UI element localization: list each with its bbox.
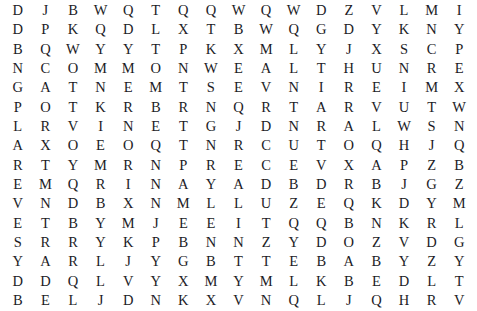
grid-cell-r14c6[interactable]: Y: [142, 252, 170, 271]
grid-cell-r2c5[interactable]: D: [114, 20, 142, 39]
grid-cell-r14c7[interactable]: G: [170, 252, 198, 271]
grid-cell-r6c6[interactable]: B: [142, 98, 170, 117]
grid-cell-r14c8[interactable]: B: [197, 252, 225, 271]
grid-cell-r11c14[interactable]: K: [363, 194, 391, 213]
grid-cell-r2c3[interactable]: K: [59, 20, 87, 39]
grid-cell-r13c1[interactable]: S: [4, 233, 32, 252]
grid-cell-r14c9[interactable]: T: [225, 252, 253, 271]
grid-cell-r13c7[interactable]: B: [170, 233, 198, 252]
grid-cell-r15c9[interactable]: Y: [225, 271, 253, 290]
grid-cell-r13c16[interactable]: D: [418, 233, 446, 252]
grid-cell-r1c15[interactable]: L: [390, 1, 418, 20]
grid-cell-r2c15[interactable]: K: [390, 20, 418, 39]
grid-cell-r6c4[interactable]: K: [87, 98, 115, 117]
grid-cell-r10c10[interactable]: D: [252, 175, 280, 194]
grid-cell-r12c9[interactable]: I: [225, 213, 253, 232]
grid-cell-r11c1[interactable]: V: [4, 194, 32, 213]
grid-cell-r10c15[interactable]: J: [390, 175, 418, 194]
grid-cell-r1c17[interactable]: I: [445, 1, 473, 20]
grid-cell-r7c14[interactable]: L: [363, 117, 391, 136]
grid-cell-r14c3[interactable]: R: [59, 252, 87, 271]
grid-cell-r8c14[interactable]: Q: [363, 136, 391, 155]
grid-cell-r15c13[interactable]: B: [335, 271, 363, 290]
grid-cell-r2c13[interactable]: D: [335, 20, 363, 39]
grid-cell-r16c5[interactable]: D: [114, 291, 142, 310]
grid-cell-r15c5[interactable]: V: [114, 271, 142, 290]
grid-cell-r13c15[interactable]: V: [390, 233, 418, 252]
grid-cell-r4c2[interactable]: C: [32, 59, 60, 78]
grid-cell-r13c4[interactable]: Y: [87, 233, 115, 252]
grid-cell-r16c11[interactable]: Q: [280, 291, 308, 310]
grid-cell-r15c8[interactable]: M: [197, 271, 225, 290]
grid-cell-r3c3[interactable]: W: [59, 40, 87, 59]
grid-cell-r9c17[interactable]: B: [445, 156, 473, 175]
grid-cell-r10c16[interactable]: G: [418, 175, 446, 194]
grid-cell-r14c10[interactable]: T: [252, 252, 280, 271]
grid-cell-r14c1[interactable]: Y: [4, 252, 32, 271]
grid-cell-r6c13[interactable]: R: [335, 98, 363, 117]
grid-cell-r11c15[interactable]: D: [390, 194, 418, 213]
grid-cell-r12c6[interactable]: J: [142, 213, 170, 232]
grid-cell-r14c16[interactable]: Z: [418, 252, 446, 271]
grid-cell-r12c15[interactable]: K: [390, 213, 418, 232]
grid-cell-r6c17[interactable]: W: [445, 98, 473, 117]
grid-cell-r10c9[interactable]: A: [225, 175, 253, 194]
grid-cell-r9c6[interactable]: N: [142, 156, 170, 175]
grid-cell-r2c16[interactable]: N: [418, 20, 446, 39]
grid-cell-r2c17[interactable]: Y: [445, 20, 473, 39]
grid-cell-r9c4[interactable]: M: [87, 156, 115, 175]
grid-cell-r2c10[interactable]: W: [252, 20, 280, 39]
grid-cell-r7c15[interactable]: W: [390, 117, 418, 136]
grid-cell-r11c9[interactable]: L: [225, 194, 253, 213]
grid-cell-r9c7[interactable]: P: [170, 156, 198, 175]
grid-cell-r16c2[interactable]: E: [32, 291, 60, 310]
grid-cell-r5c12[interactable]: I: [307, 78, 335, 97]
grid-cell-r5c13[interactable]: R: [335, 78, 363, 97]
grid-cell-r13c5[interactable]: K: [114, 233, 142, 252]
grid-cell-r4c16[interactable]: R: [418, 59, 446, 78]
grid-cell-r8c5[interactable]: O: [114, 136, 142, 155]
grid-cell-r2c12[interactable]: G: [307, 20, 335, 39]
grid-cell-r9c13[interactable]: X: [335, 156, 363, 175]
grid-cell-r4c5[interactable]: M: [114, 59, 142, 78]
grid-cell-r5c5[interactable]: E: [114, 78, 142, 97]
grid-cell-r4c1[interactable]: N: [4, 59, 32, 78]
grid-cell-r16c10[interactable]: N: [252, 291, 280, 310]
grid-cell-r6c2[interactable]: O: [32, 98, 60, 117]
grid-cell-r5c15[interactable]: I: [390, 78, 418, 97]
grid-cell-r3c9[interactable]: X: [225, 40, 253, 59]
grid-cell-r4c12[interactable]: T: [307, 59, 335, 78]
grid-cell-r5c3[interactable]: T: [59, 78, 87, 97]
grid-cell-r11c13[interactable]: Q: [335, 194, 363, 213]
grid-cell-r9c3[interactable]: Y: [59, 156, 87, 175]
grid-cell-r1c13[interactable]: Z: [335, 1, 363, 20]
grid-cell-r8c6[interactable]: Q: [142, 136, 170, 155]
grid-cell-r7c9[interactable]: J: [225, 117, 253, 136]
grid-cell-r8c8[interactable]: N: [197, 136, 225, 155]
grid-cell-r4c3[interactable]: O: [59, 59, 87, 78]
grid-cell-r9c8[interactable]: R: [197, 156, 225, 175]
grid-cell-r9c15[interactable]: P: [390, 156, 418, 175]
grid-cell-r4c9[interactable]: E: [225, 59, 253, 78]
grid-cell-r15c2[interactable]: D: [32, 271, 60, 290]
grid-cell-r3c16[interactable]: C: [418, 40, 446, 59]
grid-cell-r6c14[interactable]: V: [363, 98, 391, 117]
grid-cell-r7c17[interactable]: N: [445, 117, 473, 136]
grid-cell-r12c1[interactable]: E: [4, 213, 32, 232]
grid-cell-r7c6[interactable]: E: [142, 117, 170, 136]
grid-cell-r9c5[interactable]: R: [114, 156, 142, 175]
grid-cell-r9c2[interactable]: T: [32, 156, 60, 175]
grid-cell-r6c15[interactable]: U: [390, 98, 418, 117]
grid-cell-r1c16[interactable]: M: [418, 1, 446, 20]
grid-cell-r14c14[interactable]: B: [363, 252, 391, 271]
grid-cell-r7c10[interactable]: D: [252, 117, 280, 136]
grid-cell-r9c12[interactable]: V: [307, 156, 335, 175]
grid-cell-r7c4[interactable]: I: [87, 117, 115, 136]
grid-cell-r7c5[interactable]: N: [114, 117, 142, 136]
grid-cell-r10c12[interactable]: D: [307, 175, 335, 194]
grid-cell-r8c10[interactable]: C: [252, 136, 280, 155]
grid-cell-r13c10[interactable]: Z: [252, 233, 280, 252]
grid-cell-r14c4[interactable]: L: [87, 252, 115, 271]
grid-cell-r4c13[interactable]: H: [335, 59, 363, 78]
grid-cell-r14c2[interactable]: A: [32, 252, 60, 271]
grid-cell-r3c13[interactable]: J: [335, 40, 363, 59]
grid-cell-r16c4[interactable]: J: [87, 291, 115, 310]
grid-cell-r10c4[interactable]: R: [87, 175, 115, 194]
grid-cell-r16c12[interactable]: L: [307, 291, 335, 310]
grid-cell-r4c14[interactable]: U: [363, 59, 391, 78]
grid-cell-r1c10[interactable]: Q: [252, 1, 280, 20]
grid-cell-r12c8[interactable]: E: [197, 213, 225, 232]
grid-cell-r4c4[interactable]: M: [87, 59, 115, 78]
word-search-page: DJBWQTQQWQWDZVLMIDPKQDLXTBWQGDYKNYBQWYYT…: [0, 0, 477, 311]
grid-cell-r6c1[interactable]: P: [4, 98, 32, 117]
grid-cell-r14c13[interactable]: A: [335, 252, 363, 271]
grid-cell-r1c11[interactable]: W: [280, 1, 308, 20]
grid-cell-r11c2[interactable]: N: [32, 194, 60, 213]
grid-cell-r2c1[interactable]: D: [4, 20, 32, 39]
grid-cell-r16c16[interactable]: R: [418, 291, 446, 310]
grid-cell-r11c17[interactable]: M: [445, 194, 473, 213]
grid-cell-r14c15[interactable]: Y: [390, 252, 418, 271]
grid-cell-r9c1[interactable]: R: [4, 156, 32, 175]
grid-cell-r11c16[interactable]: Y: [418, 194, 446, 213]
grid-cell-r1c12[interactable]: D: [307, 1, 335, 20]
grid-cell-r3c6[interactable]: T: [142, 40, 170, 59]
grid-cell-r11c7[interactable]: M: [170, 194, 198, 213]
grid-cell-r12c4[interactable]: Y: [87, 213, 115, 232]
grid-cell-r6c7[interactable]: R: [170, 98, 198, 117]
grid-cell-r10c13[interactable]: R: [335, 175, 363, 194]
grid-cell-r9c11[interactable]: E: [280, 156, 308, 175]
grid-cell-r16c15[interactable]: H: [390, 291, 418, 310]
grid-cell-r10c11[interactable]: B: [280, 175, 308, 194]
grid-cell-r7c2[interactable]: R: [32, 117, 60, 136]
grid-cell-r12c5[interactable]: M: [114, 213, 142, 232]
grid-cell-r1c7[interactable]: Q: [170, 1, 198, 20]
grid-cell-r2c6[interactable]: L: [142, 20, 170, 39]
grid-cell-r15c15[interactable]: D: [390, 271, 418, 290]
grid-cell-r12c16[interactable]: R: [418, 213, 446, 232]
grid-cell-r13c8[interactable]: N: [197, 233, 225, 252]
grid-cell-r5c8[interactable]: S: [197, 78, 225, 97]
grid-cell-r13c11[interactable]: Y: [280, 233, 308, 252]
grid-cell-r8c7[interactable]: T: [170, 136, 198, 155]
grid-cell-r5c4[interactable]: N: [87, 78, 115, 97]
grid-cell-r10c17[interactable]: Z: [445, 175, 473, 194]
grid-cell-r5c6[interactable]: M: [142, 78, 170, 97]
grid-cell-r5c10[interactable]: V: [252, 78, 280, 97]
grid-cell-r15c11[interactable]: L: [280, 271, 308, 290]
grid-cell-r13c3[interactable]: R: [59, 233, 87, 252]
grid-cell-r13c17[interactable]: G: [445, 233, 473, 252]
grid-cell-r8c15[interactable]: H: [390, 136, 418, 155]
grid-cell-r7c3[interactable]: V: [59, 117, 87, 136]
grid-cell-r14c17[interactable]: Y: [445, 252, 473, 271]
grid-cell-r8c17[interactable]: Q: [445, 136, 473, 155]
grid-cell-r4c11[interactable]: L: [280, 59, 308, 78]
grid-cell-r5c9[interactable]: E: [225, 78, 253, 97]
grid-cell-r11c8[interactable]: L: [197, 194, 225, 213]
grid-cell-r10c2[interactable]: M: [32, 175, 60, 194]
grid-cell-r11c12[interactable]: E: [307, 194, 335, 213]
grid-cell-r3c10[interactable]: M: [252, 40, 280, 59]
grid-cell-r15c4[interactable]: L: [87, 271, 115, 290]
grid-cell-r3c14[interactable]: X: [363, 40, 391, 59]
grid-cell-r6c10[interactable]: R: [252, 98, 280, 117]
grid-cell-r11c11[interactable]: Z: [280, 194, 308, 213]
grid-cell-r11c3[interactable]: D: [59, 194, 87, 213]
grid-cell-r12c3[interactable]: B: [59, 213, 87, 232]
grid-cell-r12c11[interactable]: Q: [280, 213, 308, 232]
grid-cell-r1c8[interactable]: Q: [197, 1, 225, 20]
grid-cell-r10c3[interactable]: Q: [59, 175, 87, 194]
grid-cell-r16c6[interactable]: N: [142, 291, 170, 310]
grid-cell-r15c17[interactable]: T: [445, 271, 473, 290]
grid-cell-r13c6[interactable]: P: [142, 233, 170, 252]
grid-cell-r6c12[interactable]: A: [307, 98, 335, 117]
grid-cell-r3c8[interactable]: K: [197, 40, 225, 59]
grid-cell-r10c8[interactable]: Y: [197, 175, 225, 194]
grid-cell-r11c6[interactable]: N: [142, 194, 170, 213]
grid-cell-r5c16[interactable]: M: [418, 78, 446, 97]
grid-cell-r3c11[interactable]: L: [280, 40, 308, 59]
grid-cell-r15c6[interactable]: Y: [142, 271, 170, 290]
grid-cell-r12c13[interactable]: B: [335, 213, 363, 232]
grid-cell-r3c4[interactable]: Y: [87, 40, 115, 59]
grid-cell-r10c7[interactable]: A: [170, 175, 198, 194]
grid-cell-r1c9[interactable]: W: [225, 1, 253, 20]
grid-cell-r3c17[interactable]: P: [445, 40, 473, 59]
grid-cell-r3c12[interactable]: Y: [307, 40, 335, 59]
grid-cell-r16c9[interactable]: V: [225, 291, 253, 310]
grid-cell-r13c9[interactable]: N: [225, 233, 253, 252]
grid-cell-r7c11[interactable]: N: [280, 117, 308, 136]
grid-cell-r6c8[interactable]: N: [197, 98, 225, 117]
grid-cell-r8c12[interactable]: T: [307, 136, 335, 155]
grid-cell-r12c10[interactable]: T: [252, 213, 280, 232]
word-search-grid: DJBWQTQQWQWDZVLMIDPKQDLXTBWQGDYKNYBQWYYT…: [0, 0, 477, 311]
grid-cell-r6c11[interactable]: T: [280, 98, 308, 117]
grid-cell-r16c14[interactable]: Q: [363, 291, 391, 310]
grid-cell-r4c10[interactable]: A: [252, 59, 280, 78]
grid-cell-r12c12[interactable]: Q: [307, 213, 335, 232]
grid-cell-r14c12[interactable]: B: [307, 252, 335, 271]
grid-cell-r8c4[interactable]: E: [87, 136, 115, 155]
grid-cell-r1c1[interactable]: D: [4, 1, 32, 20]
grid-cell-r15c16[interactable]: L: [418, 271, 446, 290]
grid-cell-r8c11[interactable]: U: [280, 136, 308, 155]
grid-cell-r7c7[interactable]: T: [170, 117, 198, 136]
grid-cell-r4c7[interactable]: N: [170, 59, 198, 78]
grid-cell-r16c1[interactable]: B: [4, 291, 32, 310]
grid-cell-r12c7[interactable]: E: [170, 213, 198, 232]
grid-cell-r15c14[interactable]: E: [363, 271, 391, 290]
grid-cell-r15c12[interactable]: K: [307, 271, 335, 290]
grid-cell-r11c4[interactable]: B: [87, 194, 115, 213]
grid-cell-r8c2[interactable]: X: [32, 136, 60, 155]
grid-cell-r1c6[interactable]: T: [142, 1, 170, 20]
grid-cell-r4c15[interactable]: N: [390, 59, 418, 78]
grid-cell-r5c17[interactable]: X: [445, 78, 473, 97]
grid-cell-r12c17[interactable]: L: [445, 213, 473, 232]
grid-cell-r13c14[interactable]: Z: [363, 233, 391, 252]
grid-cell-r13c13[interactable]: O: [335, 233, 363, 252]
grid-cell-r10c5[interactable]: I: [114, 175, 142, 194]
grid-cell-r5c7[interactable]: T: [170, 78, 198, 97]
grid-cell-r5c14[interactable]: E: [363, 78, 391, 97]
grid-cell-r5c2[interactable]: A: [32, 78, 60, 97]
grid-cell-r6c16[interactable]: T: [418, 98, 446, 117]
grid-cell-r9c10[interactable]: C: [252, 156, 280, 175]
grid-cell-r11c5[interactable]: X: [114, 194, 142, 213]
grid-cell-r3c15[interactable]: S: [390, 40, 418, 59]
grid-cell-r16c17[interactable]: V: [445, 291, 473, 310]
grid-cell-r14c11[interactable]: E: [280, 252, 308, 271]
grid-cell-r2c11[interactable]: Q: [280, 20, 308, 39]
grid-cell-r2c7[interactable]: X: [170, 20, 198, 39]
grid-cell-r4c6[interactable]: O: [142, 59, 170, 78]
grid-cell-r8c1[interactable]: A: [4, 136, 32, 155]
grid-cell-r5c1[interactable]: G: [4, 78, 32, 97]
grid-cell-r9c16[interactable]: Z: [418, 156, 446, 175]
grid-cell-r10c6[interactable]: N: [142, 175, 170, 194]
grid-cell-r6c9[interactable]: Q: [225, 98, 253, 117]
grid-cell-r2c9[interactable]: B: [225, 20, 253, 39]
grid-cell-r7c13[interactable]: A: [335, 117, 363, 136]
grid-cell-r15c7[interactable]: X: [170, 271, 198, 290]
grid-cell-r13c2[interactable]: R: [32, 233, 60, 252]
grid-cell-r10c14[interactable]: B: [363, 175, 391, 194]
grid-cell-r1c4[interactable]: W: [87, 1, 115, 20]
grid-cell-r2c8[interactable]: T: [197, 20, 225, 39]
grid-cell-r9c14[interactable]: A: [363, 156, 391, 175]
grid-cell-r3c7[interactable]: P: [170, 40, 198, 59]
grid-cell-r7c1[interactable]: L: [4, 117, 32, 136]
grid-cell-r2c4[interactable]: Q: [87, 20, 115, 39]
grid-cell-r12c2[interactable]: T: [32, 213, 60, 232]
grid-cell-r11c10[interactable]: U: [252, 194, 280, 213]
grid-cell-r1c2[interactable]: J: [32, 1, 60, 20]
grid-cell-r2c14[interactable]: Y: [363, 20, 391, 39]
grid-cell-r4c17[interactable]: E: [445, 59, 473, 78]
grid-cell-r7c12[interactable]: R: [307, 117, 335, 136]
grid-cell-r8c13[interactable]: O: [335, 136, 363, 155]
grid-cell-r7c16[interactable]: S: [418, 117, 446, 136]
grid-cell-r3c5[interactable]: Y: [114, 40, 142, 59]
grid-cell-r1c3[interactable]: B: [59, 1, 87, 20]
grid-cell-r14c5[interactable]: J: [114, 252, 142, 271]
grid-cell-r16c13[interactable]: J: [335, 291, 363, 310]
grid-cell-r3c1[interactable]: B: [4, 40, 32, 59]
grid-cell-r10c1[interactable]: E: [4, 175, 32, 194]
grid-cell-r1c5[interactable]: Q: [114, 1, 142, 20]
grid-cell-r7c8[interactable]: G: [197, 117, 225, 136]
grid-cell-r6c3[interactable]: T: [59, 98, 87, 117]
grid-cell-r13c12[interactable]: D: [307, 233, 335, 252]
grid-cell-r12c14[interactable]: N: [363, 213, 391, 232]
grid-cell-r5c11[interactable]: N: [280, 78, 308, 97]
grid-cell-r16c8[interactable]: X: [197, 291, 225, 310]
grid-cell-r2c2[interactable]: P: [32, 20, 60, 39]
grid-cell-r1c14[interactable]: V: [363, 1, 391, 20]
grid-cell-r15c10[interactable]: M: [252, 271, 280, 290]
grid-cell-r16c3[interactable]: L: [59, 291, 87, 310]
grid-cell-r15c3[interactable]: Q: [59, 271, 87, 290]
grid-cell-r8c16[interactable]: J: [418, 136, 446, 155]
grid-cell-r4c8[interactable]: W: [197, 59, 225, 78]
grid-cell-r8c9[interactable]: R: [225, 136, 253, 155]
grid-cell-r3c2[interactable]: Q: [32, 40, 60, 59]
grid-cell-r8c3[interactable]: O: [59, 136, 87, 155]
grid-cell-r15c1[interactable]: D: [4, 271, 32, 290]
grid-cell-r16c7[interactable]: K: [170, 291, 198, 310]
grid-cell-r6c5[interactable]: R: [114, 98, 142, 117]
grid-cell-r9c9[interactable]: E: [225, 156, 253, 175]
